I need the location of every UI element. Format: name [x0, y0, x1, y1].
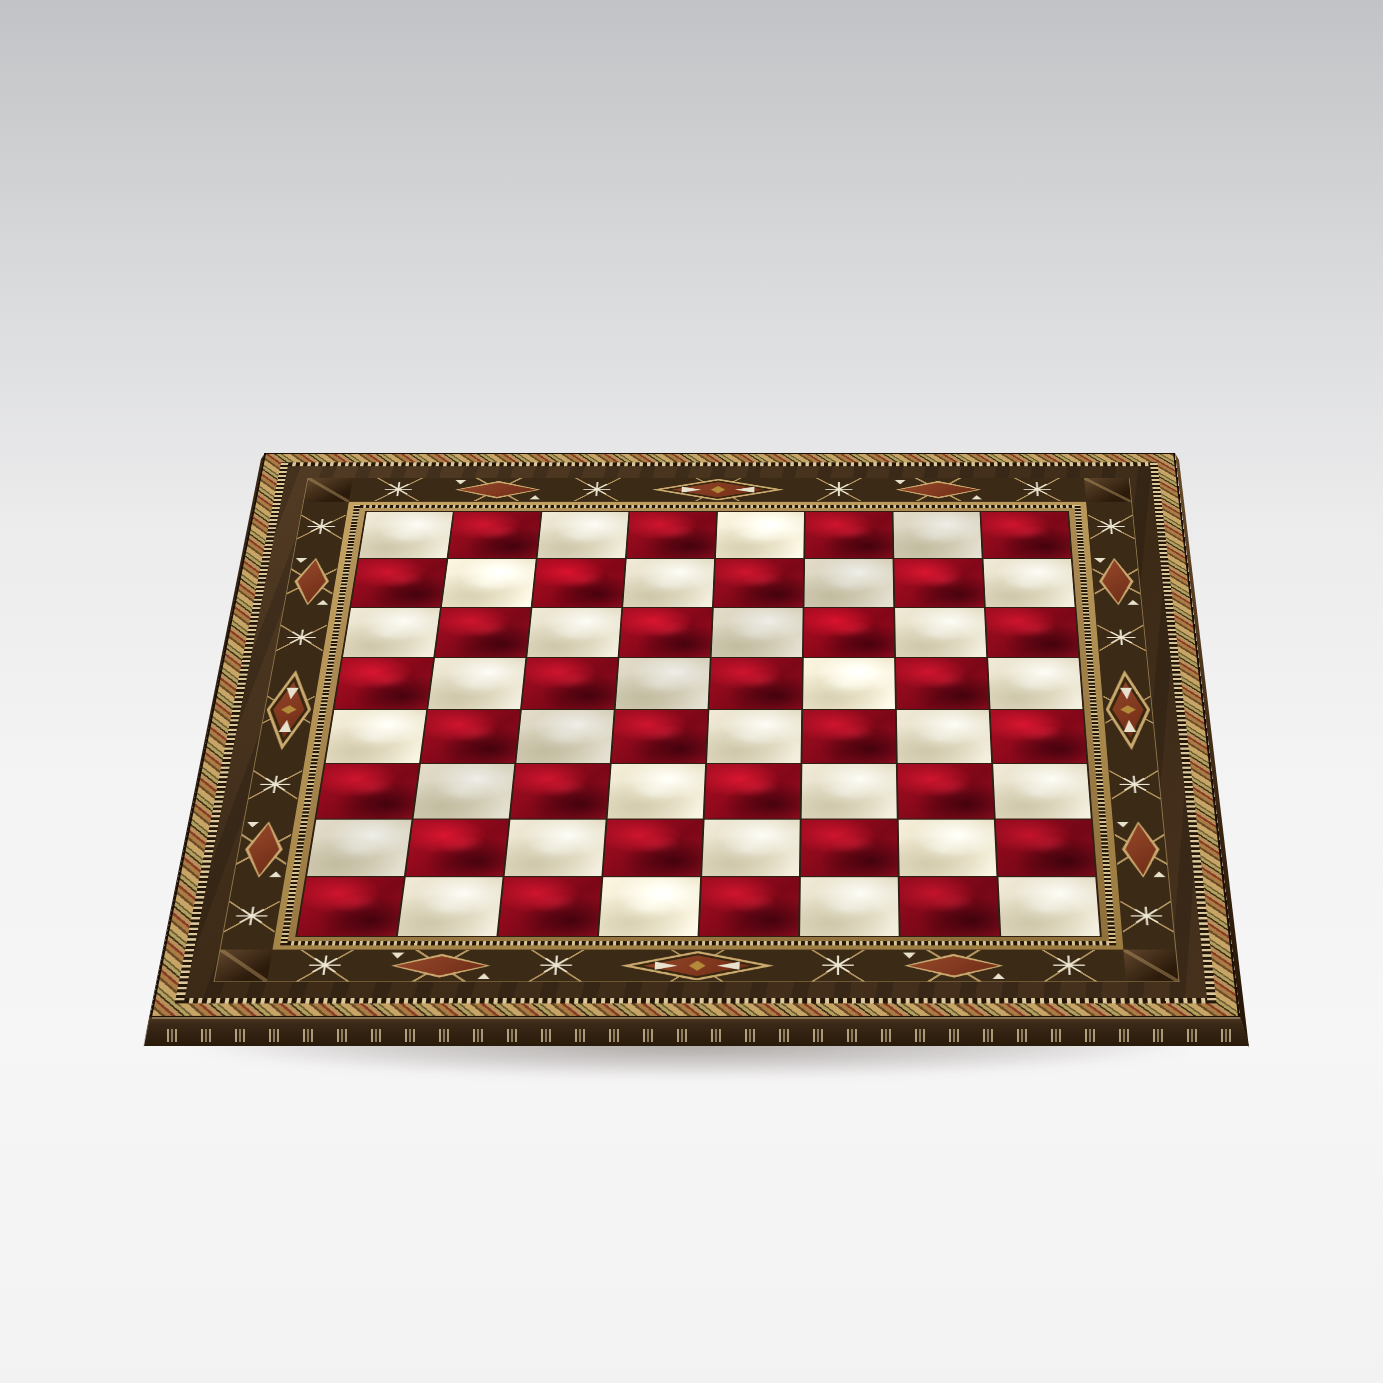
eight-point-star-icon: ✳	[1096, 610, 1147, 666]
mosaic-strip-bottom: ✳✳✳✳	[266, 950, 1127, 981]
star-motif: ✳	[790, 478, 887, 501]
square-d2	[603, 820, 702, 877]
square-b8	[448, 512, 540, 558]
lozenge-fill	[1100, 560, 1132, 603]
walnut-corner-patch	[1123, 950, 1178, 982]
eight-point-star-icon: ✳	[790, 478, 887, 501]
square-f5	[803, 658, 895, 709]
star-motif: ✳	[1108, 754, 1162, 816]
square-c7	[532, 559, 624, 607]
square-f7	[804, 559, 893, 607]
square-d6	[619, 608, 712, 657]
lozenge-fill	[394, 956, 486, 975]
square-f4	[802, 710, 895, 763]
square-e4	[707, 710, 801, 763]
border-ladder-ring-outer: ✳✳✳✳ ✳✳✳✳ ✳✳✳✳ ✳✳✳✳	[175, 462, 1217, 1003]
eight-point-star-icon: ✳	[1108, 754, 1162, 816]
inlay-triangle-icon	[971, 495, 982, 499]
square-g7	[894, 559, 984, 607]
square-a5	[334, 658, 433, 709]
board-perspective-wrap: ✳✳✳✳ ✳✳✳✳ ✳✳✳✳ ✳✳✳✳	[0, 0, 1383, 1383]
star-motif: ✳	[782, 950, 895, 981]
square-d3	[608, 764, 706, 819]
ladder-strip	[280, 462, 1158, 466]
border-walnut-ring: ✳✳✳✳ ✳✳✳✳ ✳✳✳✳ ✳✳✳✳	[185, 466, 1207, 998]
inlay-triangle-icon	[391, 952, 405, 958]
square-h5	[988, 658, 1082, 709]
square-c3	[511, 764, 610, 819]
square-d7	[623, 559, 714, 607]
border-gold-frame-outer	[273, 502, 1124, 950]
lozenge-fill	[244, 824, 284, 875]
square-c2	[505, 820, 606, 877]
square-g3	[898, 764, 994, 819]
ladder-strip	[354, 505, 1081, 508]
eight-point-star-icon: ✳	[266, 950, 383, 981]
lozenge-fill	[899, 483, 977, 497]
lozenge-fill	[458, 483, 537, 497]
square-e6	[712, 608, 803, 657]
square-d4	[612, 710, 708, 763]
eight-point-star-icon: ✳	[273, 610, 329, 666]
eye-motif	[614, 950, 779, 981]
square-g5	[896, 658, 989, 709]
square-h2	[996, 820, 1095, 877]
square-b6	[435, 608, 531, 657]
lozenge-motif	[1113, 818, 1168, 882]
star-motif: ✳	[1096, 610, 1147, 666]
square-c1	[498, 877, 601, 936]
lozenge-motif	[897, 950, 1011, 981]
eight-point-star-icon: ✳	[547, 478, 646, 501]
eight-point-star-icon: ✳	[1087, 501, 1136, 553]
square-h3	[993, 764, 1091, 819]
ladder-strip	[280, 941, 1116, 945]
square-b2	[406, 820, 509, 877]
square-c6	[527, 608, 621, 657]
inlay-triangle-icon	[477, 973, 490, 979]
square-c5	[522, 658, 618, 709]
inlay-triangle-icon	[529, 495, 541, 499]
chess-board-squares	[295, 511, 1102, 937]
inlay-triangle-icon	[895, 480, 906, 484]
square-a2	[307, 820, 411, 877]
ladder-strip	[175, 998, 1217, 1004]
square-a8	[359, 512, 453, 558]
square-b7	[442, 559, 536, 607]
inlay-triangle-icon	[269, 871, 282, 877]
star-motif: ✳	[273, 610, 329, 666]
square-d8	[627, 512, 716, 558]
square-f8	[805, 512, 892, 558]
walnut-corner-patch	[1084, 478, 1131, 502]
star-motif: ✳	[989, 478, 1087, 501]
inlay-triangle-icon	[246, 822, 259, 828]
lozenge-motif	[890, 478, 987, 501]
star-motif: ✳	[348, 478, 448, 501]
square-f6	[804, 608, 894, 657]
square-e5	[709, 658, 802, 709]
inlay-triangle-icon	[1116, 822, 1129, 828]
border-ladder-ring-inner	[280, 505, 1116, 946]
square-b3	[414, 764, 515, 819]
square-g8	[893, 512, 981, 558]
eight-point-star-icon: ✳	[1012, 950, 1127, 981]
square-b4	[421, 710, 520, 763]
square-b1	[398, 877, 503, 936]
square-g4	[897, 710, 991, 763]
eight-point-star-icon: ✳	[498, 950, 613, 981]
inlay-triangle-icon	[1127, 600, 1139, 605]
eight-point-star-icon: ✳	[348, 478, 448, 501]
square-d1	[599, 877, 700, 936]
chess-board: ✳✳✳✳ ✳✳✳✳ ✳✳✳✳ ✳✳✳✳	[150, 453, 1240, 1017]
square-e3	[705, 764, 801, 819]
square-g6	[895, 608, 986, 657]
square-a4	[326, 710, 427, 763]
square-h8	[981, 512, 1071, 558]
eight-point-star-icon: ✳	[782, 950, 895, 981]
square-c8	[538, 512, 629, 558]
square-f3	[802, 764, 897, 819]
lozenge-fill	[1123, 824, 1158, 875]
eye-motif	[1101, 668, 1156, 753]
border-herringbone-ring: ✳✳✳✳ ✳✳✳✳ ✳✳✳✳ ✳✳✳✳	[150, 453, 1240, 1017]
inlay-triangle-icon	[455, 480, 467, 484]
eight-point-star-icon: ✳	[989, 478, 1087, 501]
square-h4	[991, 710, 1087, 763]
walnut-corner-patch	[304, 478, 353, 502]
square-e7	[714, 559, 804, 607]
square-f2	[801, 820, 898, 877]
star-motif: ✳	[1012, 950, 1127, 981]
square-h6	[986, 608, 1079, 657]
border-gold-frame-inner	[288, 508, 1109, 941]
lozenge-motif	[284, 555, 339, 609]
square-e8	[716, 512, 804, 558]
inlay-triangle-icon	[317, 600, 329, 605]
lozenge-fill	[294, 560, 330, 603]
square-e1	[700, 877, 799, 936]
square-e2	[702, 820, 800, 877]
square-a6	[343, 608, 440, 657]
lozenge-motif	[382, 950, 498, 981]
photo-backdrop: ✳✳✳✳ ✳✳✳✳ ✳✳✳✳ ✳✳✳✳	[0, 0, 1383, 1383]
square-g2	[899, 820, 997, 877]
border-mosaic-ring: ✳✳✳✳ ✳✳✳✳ ✳✳✳✳ ✳✳✳✳	[214, 478, 1180, 982]
lozenge-fill	[909, 956, 1000, 975]
square-f1	[800, 877, 899, 936]
eye-motif	[647, 478, 788, 501]
mosaic-strip-top: ✳✳✳✳	[348, 478, 1087, 501]
star-motif: ✳	[1087, 501, 1136, 553]
eight-point-star-icon: ✳	[294, 501, 348, 553]
star-motif: ✳	[1119, 883, 1176, 950]
square-d5	[616, 658, 710, 709]
inlay-triangle-icon	[903, 952, 916, 958]
inlay-triangle-icon	[295, 558, 307, 563]
square-h7	[983, 559, 1074, 607]
inlay-triangle-icon	[992, 973, 1005, 979]
star-motif: ✳	[294, 501, 348, 553]
square-a1	[297, 877, 403, 936]
star-motif: ✳	[547, 478, 646, 501]
walnut-corner-patch	[215, 950, 273, 982]
star-motif: ✳	[498, 950, 613, 981]
square-b5	[428, 658, 525, 709]
inlay-triangle-icon	[1094, 558, 1106, 563]
inlay-triangle-icon	[1153, 871, 1166, 877]
eight-point-star-icon: ✳	[1119, 883, 1176, 950]
square-c4	[516, 710, 613, 763]
square-g1	[900, 877, 1000, 936]
lozenge-motif	[1091, 555, 1141, 609]
star-motif: ✳	[266, 950, 383, 981]
square-h1	[998, 877, 1099, 936]
square-a3	[317, 764, 419, 819]
square-a7	[351, 559, 446, 607]
lozenge-motif	[448, 478, 547, 501]
